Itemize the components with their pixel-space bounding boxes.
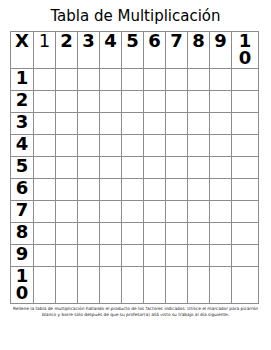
row-header-7: 7 <box>11 201 34 223</box>
page-title: Tabla de Multiplicación <box>0 0 271 26</box>
cell-8x1[interactable] <box>34 223 56 245</box>
row-header-2: 2 <box>11 91 34 113</box>
cell-3x3[interactable] <box>78 113 100 135</box>
col-header-6: 6 <box>144 32 166 69</box>
cell-7x10[interactable] <box>232 201 259 223</box>
cell-10x5[interactable] <box>122 267 144 304</box>
cell-1x1[interactable] <box>34 69 56 91</box>
cell-1x2[interactable] <box>56 69 78 91</box>
col-header-2: 2 <box>56 32 78 69</box>
row-header-2-label: 2 <box>16 91 29 108</box>
cell-6x6[interactable] <box>144 179 166 201</box>
corner-cell-x-label: X <box>15 32 29 49</box>
cell-3x7[interactable] <box>166 113 188 135</box>
cell-5x1[interactable] <box>34 157 56 179</box>
cell-4x4[interactable] <box>100 135 122 157</box>
col-header-4-label: 4 <box>104 32 117 49</box>
cell-1x8[interactable] <box>188 69 210 91</box>
cell-7x2[interactable] <box>56 201 78 223</box>
cell-6x5[interactable] <box>122 179 144 201</box>
cell-8x10[interactable] <box>232 223 259 245</box>
cell-6x8[interactable] <box>188 179 210 201</box>
row-header-5-label: 5 <box>16 157 29 174</box>
row-header-3-label: 3 <box>16 113 29 130</box>
cell-9x7[interactable] <box>166 245 188 267</box>
col-header-1: 1 <box>34 32 56 69</box>
col-header-7-label: 7 <box>170 32 183 49</box>
row-header-1: 1 <box>11 69 34 91</box>
cell-7x1[interactable] <box>34 201 56 223</box>
cell-8x2[interactable] <box>56 223 78 245</box>
row-header-6-label: 6 <box>16 179 29 196</box>
col-header-10-label: 10 <box>238 32 252 66</box>
cell-4x9[interactable] <box>210 135 232 157</box>
row-header-8: 8 <box>11 223 34 245</box>
cell-1x9[interactable] <box>210 69 232 91</box>
row-header-10-label: 10 <box>15 267 29 301</box>
cell-7x5[interactable] <box>122 201 144 223</box>
grid-row-7: 7 <box>11 201 259 223</box>
cell-7x7[interactable] <box>166 201 188 223</box>
cell-5x4[interactable] <box>100 157 122 179</box>
cell-4x7[interactable] <box>166 135 188 157</box>
cell-2x10[interactable] <box>232 91 259 113</box>
cell-9x10[interactable] <box>232 245 259 267</box>
cell-8x6[interactable] <box>144 223 166 245</box>
grid-row-10: 10 <box>11 267 259 304</box>
cell-10x2[interactable] <box>56 267 78 304</box>
cell-9x8[interactable] <box>188 245 210 267</box>
cell-4x3[interactable] <box>78 135 100 157</box>
cell-8x5[interactable] <box>122 223 144 245</box>
cell-6x7[interactable] <box>166 179 188 201</box>
cell-10x3[interactable] <box>78 267 100 304</box>
cell-7x9[interactable] <box>210 201 232 223</box>
cell-4x6[interactable] <box>144 135 166 157</box>
cell-6x2[interactable] <box>56 179 78 201</box>
footer-instructions: Rellene la tabla de multiplicación halla… <box>10 306 262 318</box>
cell-1x5[interactable] <box>122 69 144 91</box>
col-header-9: 9 <box>210 32 232 69</box>
cell-2x6[interactable] <box>144 91 166 113</box>
grid-row-3: 3 <box>11 113 259 135</box>
cell-7x8[interactable] <box>188 201 210 223</box>
row-header-4-label: 4 <box>16 135 29 152</box>
cell-10x9[interactable] <box>210 267 232 304</box>
cell-2x2[interactable] <box>56 91 78 113</box>
col-header-3-label: 3 <box>82 32 95 49</box>
cell-9x3[interactable] <box>78 245 100 267</box>
cell-8x8[interactable] <box>188 223 210 245</box>
col-header-4: 4 <box>100 32 122 69</box>
col-header-1-label: 1 <box>39 32 50 49</box>
col-header-7: 7 <box>166 32 188 69</box>
cell-3x1[interactable] <box>34 113 56 135</box>
row-header-8-label: 8 <box>16 223 29 240</box>
col-header-8: 8 <box>188 32 210 69</box>
cell-9x1[interactable] <box>34 245 56 267</box>
cell-2x9[interactable] <box>210 91 232 113</box>
row-header-7-label: 7 <box>16 201 29 218</box>
cell-9x2[interactable] <box>56 245 78 267</box>
cell-4x5[interactable] <box>122 135 144 157</box>
cell-3x5[interactable] <box>122 113 144 135</box>
row-header-6: 6 <box>11 179 34 201</box>
col-header-5: 5 <box>122 32 144 69</box>
grid-row-5: 5 <box>11 157 259 179</box>
cell-4x2[interactable] <box>56 135 78 157</box>
col-header-6-label: 6 <box>148 32 161 49</box>
cell-8x4[interactable] <box>100 223 122 245</box>
multiplication-grid: X1234567891012345678910 <box>10 31 259 304</box>
cell-7x6[interactable] <box>144 201 166 223</box>
cell-4x10[interactable] <box>232 135 259 157</box>
grid-row-2: 2 <box>11 91 259 113</box>
row-header-10: 10 <box>11 267 34 304</box>
grid-row-1: 1 <box>11 69 259 91</box>
row-header-9-label: 9 <box>16 245 29 262</box>
cell-8x9[interactable] <box>210 223 232 245</box>
cell-10x1[interactable] <box>34 267 56 304</box>
row-header-4: 4 <box>11 135 34 157</box>
cell-7x3[interactable] <box>78 201 100 223</box>
cell-2x3[interactable] <box>78 91 100 113</box>
cell-5x7[interactable] <box>166 157 188 179</box>
cell-9x6[interactable] <box>144 245 166 267</box>
cell-10x7[interactable] <box>166 267 188 304</box>
cell-5x6[interactable] <box>144 157 166 179</box>
corner-cell-x: X <box>11 32 34 69</box>
cell-1x4[interactable] <box>100 69 122 91</box>
cell-9x4[interactable] <box>100 245 122 267</box>
col-header-3: 3 <box>78 32 100 69</box>
cell-9x9[interactable] <box>210 245 232 267</box>
cell-4x8[interactable] <box>188 135 210 157</box>
cell-3x8[interactable] <box>188 113 210 135</box>
cell-2x8[interactable] <box>188 91 210 113</box>
cell-5x2[interactable] <box>56 157 78 179</box>
col-header-5-label: 5 <box>126 32 139 49</box>
cell-8x3[interactable] <box>78 223 100 245</box>
cell-10x8[interactable] <box>188 267 210 304</box>
row-header-3: 3 <box>11 113 34 135</box>
cell-2x1[interactable] <box>34 91 56 113</box>
col-header-2-label: 2 <box>60 32 73 49</box>
cell-5x5[interactable] <box>122 157 144 179</box>
cell-6x10[interactable] <box>232 179 259 201</box>
cell-10x6[interactable] <box>144 267 166 304</box>
cell-7x4[interactable] <box>100 201 122 223</box>
cell-3x4[interactable] <box>100 113 122 135</box>
cell-1x7[interactable] <box>166 69 188 91</box>
cell-3x10[interactable] <box>232 113 259 135</box>
row-header-5: 5 <box>11 157 34 179</box>
row-header-1-label: 1 <box>16 69 29 86</box>
cell-1x10[interactable] <box>232 69 259 91</box>
cell-3x6[interactable] <box>144 113 166 135</box>
worksheet-page: Tabla de Multiplicación X123456789101234… <box>0 0 271 350</box>
grid-header-row: X12345678910 <box>11 32 259 69</box>
cell-5x10[interactable] <box>232 157 259 179</box>
grid-row-8: 8 <box>11 223 259 245</box>
cell-5x3[interactable] <box>78 157 100 179</box>
col-header-10: 10 <box>232 32 259 69</box>
grid-row-9: 9 <box>11 245 259 267</box>
cell-3x9[interactable] <box>210 113 232 135</box>
col-header-9-label: 9 <box>214 32 227 49</box>
cell-5x8[interactable] <box>188 157 210 179</box>
cell-3x2[interactable] <box>56 113 78 135</box>
row-header-9: 9 <box>11 245 34 267</box>
grid-row-4: 4 <box>11 135 259 157</box>
cell-1x3[interactable] <box>78 69 100 91</box>
cell-2x5[interactable] <box>122 91 144 113</box>
cell-6x4[interactable] <box>100 179 122 201</box>
col-header-8-label: 8 <box>192 32 205 49</box>
cell-1x6[interactable] <box>144 69 166 91</box>
cell-4x1[interactable] <box>34 135 56 157</box>
cell-10x10[interactable] <box>232 267 259 304</box>
cell-6x1[interactable] <box>34 179 56 201</box>
cell-10x4[interactable] <box>100 267 122 304</box>
grid-row-6: 6 <box>11 179 259 201</box>
cell-9x5[interactable] <box>122 245 144 267</box>
cell-6x9[interactable] <box>210 179 232 201</box>
cell-8x7[interactable] <box>166 223 188 245</box>
cell-5x9[interactable] <box>210 157 232 179</box>
cell-2x7[interactable] <box>166 91 188 113</box>
cell-6x3[interactable] <box>78 179 100 201</box>
cell-2x4[interactable] <box>100 91 122 113</box>
